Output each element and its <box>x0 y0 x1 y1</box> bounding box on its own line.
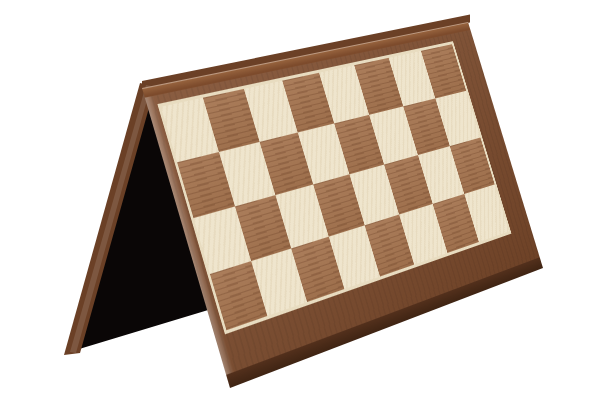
product-photo-scene <box>0 0 600 400</box>
chessboard-grid <box>161 44 509 330</box>
